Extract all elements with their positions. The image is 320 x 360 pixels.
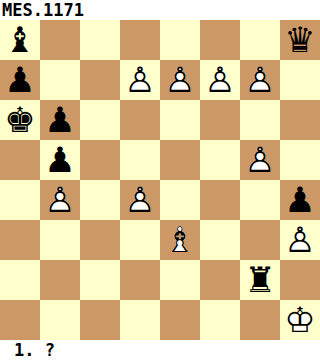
- square-d7[interactable]: ♟♙: [120, 60, 160, 100]
- square-f8[interactable]: [200, 20, 240, 60]
- square-b3[interactable]: [40, 220, 80, 260]
- square-h1[interactable]: ♚♔: [280, 300, 320, 340]
- piece-black-rook[interactable]: ♜: [240, 260, 280, 300]
- square-c6[interactable]: [80, 100, 120, 140]
- square-d5[interactable]: [120, 140, 160, 180]
- square-h8[interactable]: ♛: [280, 20, 320, 60]
- piece-white-bishop[interactable]: ♝♗: [160, 220, 200, 260]
- square-h4[interactable]: ♟: [280, 180, 320, 220]
- piece-glyph: ♟: [280, 180, 320, 220]
- piece-outline: ♙: [120, 60, 160, 100]
- square-d2[interactable]: [120, 260, 160, 300]
- square-a7[interactable]: ♟: [0, 60, 40, 100]
- piece-glyph: ♟: [40, 140, 80, 180]
- square-a3[interactable]: [0, 220, 40, 260]
- move-prompt: 1. ?: [0, 340, 320, 360]
- piece-outline: ♙: [120, 180, 160, 220]
- square-c4[interactable]: [80, 180, 120, 220]
- square-g2[interactable]: ♜: [240, 260, 280, 300]
- square-c2[interactable]: [80, 260, 120, 300]
- square-a1[interactable]: [0, 300, 40, 340]
- square-c7[interactable]: [80, 60, 120, 100]
- square-b6[interactable]: ♟: [40, 100, 80, 140]
- square-c1[interactable]: [80, 300, 120, 340]
- square-h5[interactable]: [280, 140, 320, 180]
- square-a5[interactable]: [0, 140, 40, 180]
- square-e3[interactable]: ♝♗: [160, 220, 200, 260]
- square-c8[interactable]: [80, 20, 120, 60]
- square-d4[interactable]: ♟♙: [120, 180, 160, 220]
- square-e2[interactable]: [160, 260, 200, 300]
- square-a4[interactable]: [0, 180, 40, 220]
- square-a6[interactable]: ♚: [0, 100, 40, 140]
- puzzle-title: MES.1171: [0, 0, 320, 20]
- piece-black-pawn[interactable]: ♟: [0, 60, 40, 100]
- square-b5[interactable]: ♟: [40, 140, 80, 180]
- piece-glyph: ♛: [280, 20, 320, 60]
- square-e4[interactable]: [160, 180, 200, 220]
- piece-white-pawn[interactable]: ♟♙: [40, 180, 80, 220]
- square-g1[interactable]: [240, 300, 280, 340]
- piece-outline: ♙: [40, 180, 80, 220]
- piece-outline: ♙: [200, 60, 240, 100]
- piece-black-pawn[interactable]: ♟: [40, 140, 80, 180]
- square-h2[interactable]: [280, 260, 320, 300]
- chess-board: ♝♛♟♟♙♟♙♟♙♟♙♚♟♟♟♙♟♙♟♙♟♝♗♟♙♜♚♔: [0, 20, 320, 340]
- piece-outline: ♙: [240, 140, 280, 180]
- square-f7[interactable]: ♟♙: [200, 60, 240, 100]
- piece-glyph: ♚: [0, 100, 40, 140]
- square-d8[interactable]: [120, 20, 160, 60]
- square-e6[interactable]: [160, 100, 200, 140]
- piece-glyph: ♜: [240, 260, 280, 300]
- piece-white-pawn[interactable]: ♟♙: [160, 60, 200, 100]
- square-d6[interactable]: [120, 100, 160, 140]
- square-g4[interactable]: [240, 180, 280, 220]
- piece-black-king[interactable]: ♚: [0, 100, 40, 140]
- piece-glyph: ♟: [0, 60, 40, 100]
- piece-white-pawn[interactable]: ♟♙: [280, 220, 320, 260]
- piece-black-bishop[interactable]: ♝: [0, 20, 40, 60]
- piece-outline: ♗: [160, 220, 200, 260]
- square-g3[interactable]: [240, 220, 280, 260]
- piece-white-pawn[interactable]: ♟♙: [120, 180, 160, 220]
- square-a8[interactable]: ♝: [0, 20, 40, 60]
- square-e7[interactable]: ♟♙: [160, 60, 200, 100]
- square-h3[interactable]: ♟♙: [280, 220, 320, 260]
- piece-black-pawn[interactable]: ♟: [40, 100, 80, 140]
- square-h6[interactable]: [280, 100, 320, 140]
- square-b7[interactable]: [40, 60, 80, 100]
- square-b1[interactable]: [40, 300, 80, 340]
- piece-outline: ♔: [280, 300, 320, 340]
- piece-outline: ♙: [280, 220, 320, 260]
- square-e1[interactable]: [160, 300, 200, 340]
- square-f5[interactable]: [200, 140, 240, 180]
- square-g6[interactable]: [240, 100, 280, 140]
- square-e8[interactable]: [160, 20, 200, 60]
- square-b2[interactable]: [40, 260, 80, 300]
- square-e5[interactable]: [160, 140, 200, 180]
- piece-glyph: ♝: [0, 20, 40, 60]
- square-b4[interactable]: ♟♙: [40, 180, 80, 220]
- square-f6[interactable]: [200, 100, 240, 140]
- square-f1[interactable]: [200, 300, 240, 340]
- piece-black-pawn[interactable]: ♟: [280, 180, 320, 220]
- piece-black-queen[interactable]: ♛: [280, 20, 320, 60]
- piece-white-pawn[interactable]: ♟♙: [240, 60, 280, 100]
- square-d3[interactable]: [120, 220, 160, 260]
- square-f3[interactable]: [200, 220, 240, 260]
- piece-outline: ♙: [240, 60, 280, 100]
- piece-white-pawn[interactable]: ♟♙: [240, 140, 280, 180]
- piece-white-king[interactable]: ♚♔: [280, 300, 320, 340]
- square-g8[interactable]: [240, 20, 280, 60]
- square-f2[interactable]: [200, 260, 240, 300]
- chess-puzzle-page: MES.1171 ♝♛♟♟♙♟♙♟♙♟♙♚♟♟♟♙♟♙♟♙♟♝♗♟♙♜♚♔ 1.…: [0, 0, 320, 360]
- piece-glyph: ♟: [40, 100, 80, 140]
- square-g7[interactable]: ♟♙: [240, 60, 280, 100]
- piece-outline: ♙: [160, 60, 200, 100]
- square-h7[interactable]: [280, 60, 320, 100]
- piece-white-pawn[interactable]: ♟♙: [200, 60, 240, 100]
- square-c5[interactable]: [80, 140, 120, 180]
- square-g5[interactable]: ♟♙: [240, 140, 280, 180]
- square-a2[interactable]: [0, 260, 40, 300]
- square-b8[interactable]: [40, 20, 80, 60]
- square-d1[interactable]: [120, 300, 160, 340]
- square-f4[interactable]: [200, 180, 240, 220]
- square-c3[interactable]: [80, 220, 120, 260]
- piece-white-pawn[interactable]: ♟♙: [120, 60, 160, 100]
